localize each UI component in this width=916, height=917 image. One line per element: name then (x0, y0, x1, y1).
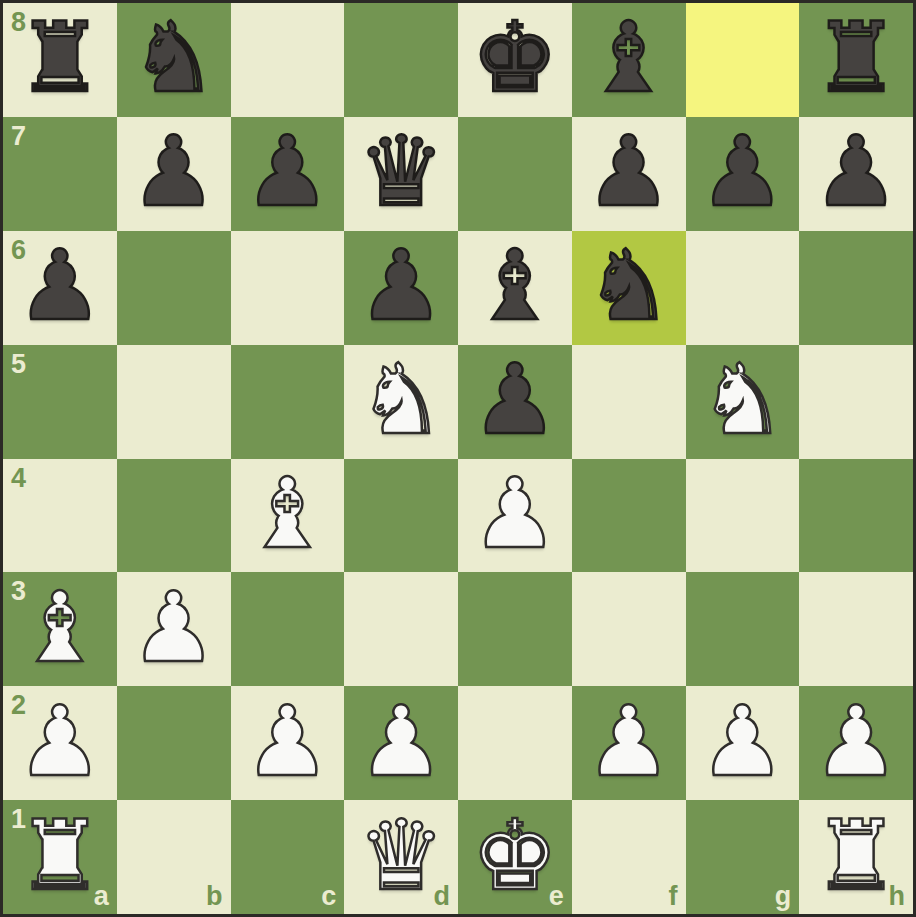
white-bishop-icon[interactable]: ♝ (244, 465, 331, 562)
black-pawn-icon[interactable]: ♟ (358, 237, 445, 334)
square-c3[interactable] (231, 572, 345, 686)
square-h8[interactable]: ♜ (799, 3, 913, 117)
white-knight-icon[interactable]: ♞ (699, 351, 786, 448)
black-pawn-icon[interactable]: ♟ (244, 123, 331, 220)
square-a3[interactable]: 3♝ (3, 572, 117, 686)
square-f6[interactable]: ♞ (572, 231, 686, 345)
black-bishop-icon[interactable]: ♝ (471, 237, 558, 334)
square-g6[interactable] (686, 231, 800, 345)
square-e2[interactable] (458, 686, 572, 800)
black-pawn-icon[interactable]: ♟ (130, 123, 217, 220)
square-a6[interactable]: 6♟ (3, 231, 117, 345)
white-pawn-icon[interactable]: ♟ (358, 693, 445, 790)
white-bishop-icon[interactable]: ♝ (16, 579, 103, 676)
black-pawn-icon[interactable]: ♟ (471, 351, 558, 448)
square-b1[interactable]: b (117, 800, 231, 914)
file-label-c: c (321, 883, 336, 910)
square-b8[interactable]: ♞ (117, 3, 231, 117)
white-pawn-icon[interactable]: ♟ (471, 465, 558, 562)
square-c8[interactable] (231, 3, 345, 117)
chess-board: 8♜♞♚♝♜7♟♟♛♟♟♟6♟♟♝♞5♞♟♞4♝♟3♝♟2♟♟♟♟♟♟1a♜bc… (3, 3, 913, 914)
chess-board-frame: 8♜♞♚♝♜7♟♟♛♟♟♟6♟♟♝♞5♞♟♞4♝♟3♝♟2♟♟♟♟♟♟1a♜bc… (0, 0, 916, 917)
white-pawn-icon[interactable]: ♟ (585, 693, 672, 790)
square-g7[interactable]: ♟ (686, 117, 800, 231)
square-c1[interactable]: c (231, 800, 345, 914)
white-rook-icon[interactable]: ♜ (16, 807, 103, 904)
square-g2[interactable]: ♟ (686, 686, 800, 800)
square-h1[interactable]: h♜ (799, 800, 913, 914)
black-knight-icon[interactable]: ♞ (585, 237, 672, 334)
file-label-f: f (669, 883, 678, 910)
white-pawn-icon[interactable]: ♟ (16, 693, 103, 790)
white-queen-icon[interactable]: ♛ (358, 807, 445, 904)
rank-label-7: 7 (11, 123, 26, 150)
white-pawn-icon[interactable]: ♟ (130, 579, 217, 676)
square-g8[interactable] (686, 3, 800, 117)
square-f5[interactable] (572, 345, 686, 459)
square-a2[interactable]: 2♟ (3, 686, 117, 800)
square-b5[interactable] (117, 345, 231, 459)
square-b7[interactable]: ♟ (117, 117, 231, 231)
square-h4[interactable] (799, 459, 913, 573)
square-c7[interactable]: ♟ (231, 117, 345, 231)
square-a4[interactable]: 4 (3, 459, 117, 573)
white-king-icon[interactable]: ♚ (471, 807, 558, 904)
square-h6[interactable] (799, 231, 913, 345)
square-h5[interactable] (799, 345, 913, 459)
square-f8[interactable]: ♝ (572, 3, 686, 117)
square-f3[interactable] (572, 572, 686, 686)
square-b3[interactable]: ♟ (117, 572, 231, 686)
white-pawn-icon[interactable]: ♟ (699, 693, 786, 790)
square-a1[interactable]: 1a♜ (3, 800, 117, 914)
white-pawn-icon[interactable]: ♟ (244, 693, 331, 790)
square-e8[interactable]: ♚ (458, 3, 572, 117)
file-label-g: g (775, 883, 792, 910)
rank-label-4: 4 (11, 465, 26, 492)
black-king-icon[interactable]: ♚ (471, 9, 558, 106)
black-knight-icon[interactable]: ♞ (130, 9, 217, 106)
white-pawn-icon[interactable]: ♟ (813, 693, 900, 790)
black-pawn-icon[interactable]: ♟ (699, 123, 786, 220)
square-e6[interactable]: ♝ (458, 231, 572, 345)
file-label-b: b (206, 883, 223, 910)
rank-label-5: 5 (11, 351, 26, 378)
square-b6[interactable] (117, 231, 231, 345)
black-rook-icon[interactable]: ♜ (16, 9, 103, 106)
square-d4[interactable] (344, 459, 458, 573)
square-d8[interactable] (344, 3, 458, 117)
square-g3[interactable] (686, 572, 800, 686)
square-c5[interactable] (231, 345, 345, 459)
white-knight-icon[interactable]: ♞ (358, 351, 445, 448)
square-h7[interactable]: ♟ (799, 117, 913, 231)
square-a5[interactable]: 5 (3, 345, 117, 459)
square-g4[interactable] (686, 459, 800, 573)
black-bishop-icon[interactable]: ♝ (585, 9, 672, 106)
square-f1[interactable]: f (572, 800, 686, 914)
square-h3[interactable] (799, 572, 913, 686)
square-e1[interactable]: e♚ (458, 800, 572, 914)
square-e5[interactable]: ♟ (458, 345, 572, 459)
black-pawn-icon[interactable]: ♟ (585, 123, 672, 220)
square-a7[interactable]: 7 (3, 117, 117, 231)
square-c4[interactable]: ♝ (231, 459, 345, 573)
square-d5[interactable]: ♞ (344, 345, 458, 459)
black-pawn-icon[interactable]: ♟ (16, 237, 103, 334)
square-h2[interactable]: ♟ (799, 686, 913, 800)
square-d1[interactable]: d♛ (344, 800, 458, 914)
white-rook-icon[interactable]: ♜ (813, 807, 900, 904)
black-rook-icon[interactable]: ♜ (813, 9, 900, 106)
square-g5[interactable]: ♞ (686, 345, 800, 459)
square-d6[interactable]: ♟ (344, 231, 458, 345)
square-e4[interactable]: ♟ (458, 459, 572, 573)
square-d7[interactable]: ♛ (344, 117, 458, 231)
square-g1[interactable]: g (686, 800, 800, 914)
square-b2[interactable] (117, 686, 231, 800)
black-queen-icon[interactable]: ♛ (358, 123, 445, 220)
square-f7[interactable]: ♟ (572, 117, 686, 231)
square-b4[interactable] (117, 459, 231, 573)
square-a8[interactable]: 8♜ (3, 3, 117, 117)
square-e7[interactable] (458, 117, 572, 231)
square-e3[interactable] (458, 572, 572, 686)
square-f2[interactable]: ♟ (572, 686, 686, 800)
square-c2[interactable]: ♟ (231, 686, 345, 800)
square-c6[interactable] (231, 231, 345, 345)
square-d3[interactable] (344, 572, 458, 686)
black-pawn-icon[interactable]: ♟ (813, 123, 900, 220)
square-d2[interactable]: ♟ (344, 686, 458, 800)
square-f4[interactable] (572, 459, 686, 573)
